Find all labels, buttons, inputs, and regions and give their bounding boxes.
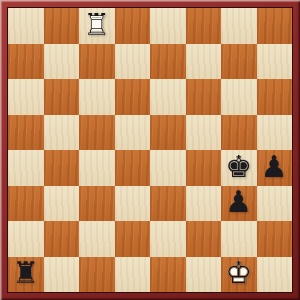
- square-d5[interactable]: [115, 115, 151, 151]
- square-b1[interactable]: [44, 257, 80, 293]
- square-g4[interactable]: ♚: [221, 150, 257, 186]
- square-a3[interactable]: [8, 186, 44, 222]
- square-f6[interactable]: [186, 79, 222, 115]
- black-king-icon: ♚: [221, 150, 257, 186]
- square-h8[interactable]: [257, 8, 293, 44]
- square-h7[interactable]: [257, 44, 293, 80]
- square-d6[interactable]: [115, 79, 151, 115]
- square-h2[interactable]: [257, 221, 293, 257]
- square-b3[interactable]: [44, 186, 80, 222]
- square-c6[interactable]: [79, 79, 115, 115]
- piece-black-king-g4[interactable]: ♚: [221, 150, 257, 186]
- square-h4[interactable]: ♟: [257, 150, 293, 186]
- square-g5[interactable]: [221, 115, 257, 151]
- square-c2[interactable]: [79, 221, 115, 257]
- square-d1[interactable]: [115, 257, 151, 293]
- square-b4[interactable]: [44, 150, 80, 186]
- square-b6[interactable]: [44, 79, 80, 115]
- square-e4[interactable]: [150, 150, 186, 186]
- board-frame: ♜♖♚♟♟♜♚♔: [0, 0, 300, 300]
- square-d4[interactable]: [115, 150, 151, 186]
- square-a5[interactable]: [8, 115, 44, 151]
- piece-black-rook-a1[interactable]: ♜: [8, 257, 44, 293]
- square-e1[interactable]: [150, 257, 186, 293]
- black-pawn-icon: ♟: [257, 150, 293, 186]
- square-b5[interactable]: [44, 115, 80, 151]
- square-f8[interactable]: [186, 8, 222, 44]
- piece-black-pawn-g3[interactable]: ♟: [221, 186, 257, 222]
- white-rook-icon: ♖: [79, 8, 115, 44]
- piece-white-king-g1[interactable]: ♚♔: [221, 257, 257, 293]
- square-e5[interactable]: [150, 115, 186, 151]
- square-b8[interactable]: [44, 8, 80, 44]
- square-e2[interactable]: [150, 221, 186, 257]
- square-e8[interactable]: [150, 8, 186, 44]
- square-e3[interactable]: [150, 186, 186, 222]
- square-d3[interactable]: [115, 186, 151, 222]
- square-f2[interactable]: [186, 221, 222, 257]
- square-g3[interactable]: ♟: [221, 186, 257, 222]
- square-f1[interactable]: [186, 257, 222, 293]
- square-f3[interactable]: [186, 186, 222, 222]
- square-b7[interactable]: [44, 44, 80, 80]
- square-g1[interactable]: ♚♔: [221, 257, 257, 293]
- square-f4[interactable]: [186, 150, 222, 186]
- square-c5[interactable]: [79, 115, 115, 151]
- square-c1[interactable]: [79, 257, 115, 293]
- white-king-icon: ♔: [221, 257, 257, 293]
- square-b2[interactable]: [44, 221, 80, 257]
- square-g8[interactable]: [221, 8, 257, 44]
- square-c8[interactable]: ♜♖: [79, 8, 115, 44]
- square-d2[interactable]: [115, 221, 151, 257]
- square-h1[interactable]: [257, 257, 293, 293]
- square-c7[interactable]: [79, 44, 115, 80]
- square-c4[interactable]: [79, 150, 115, 186]
- square-a4[interactable]: [8, 150, 44, 186]
- square-e7[interactable]: [150, 44, 186, 80]
- piece-white-rook-c8[interactable]: ♜♖: [79, 8, 115, 44]
- square-g6[interactable]: [221, 79, 257, 115]
- square-a7[interactable]: [8, 44, 44, 80]
- square-d8[interactable]: [115, 8, 151, 44]
- square-h5[interactable]: [257, 115, 293, 151]
- square-h3[interactable]: [257, 186, 293, 222]
- square-a6[interactable]: [8, 79, 44, 115]
- square-g2[interactable]: [221, 221, 257, 257]
- square-c3[interactable]: [79, 186, 115, 222]
- square-e6[interactable]: [150, 79, 186, 115]
- chess-board: ♜♖♚♟♟♜♚♔: [8, 8, 292, 292]
- black-pawn-icon: ♟: [221, 186, 257, 222]
- piece-black-pawn-h4[interactable]: ♟: [257, 150, 293, 186]
- square-h6[interactable]: [257, 79, 293, 115]
- square-g7[interactable]: [221, 44, 257, 80]
- square-f7[interactable]: [186, 44, 222, 80]
- square-a2[interactable]: [8, 221, 44, 257]
- square-f5[interactable]: [186, 115, 222, 151]
- black-rook-icon: ♜: [8, 257, 44, 293]
- square-a1[interactable]: ♜: [8, 257, 44, 293]
- square-d7[interactable]: [115, 44, 151, 80]
- square-a8[interactable]: [8, 8, 44, 44]
